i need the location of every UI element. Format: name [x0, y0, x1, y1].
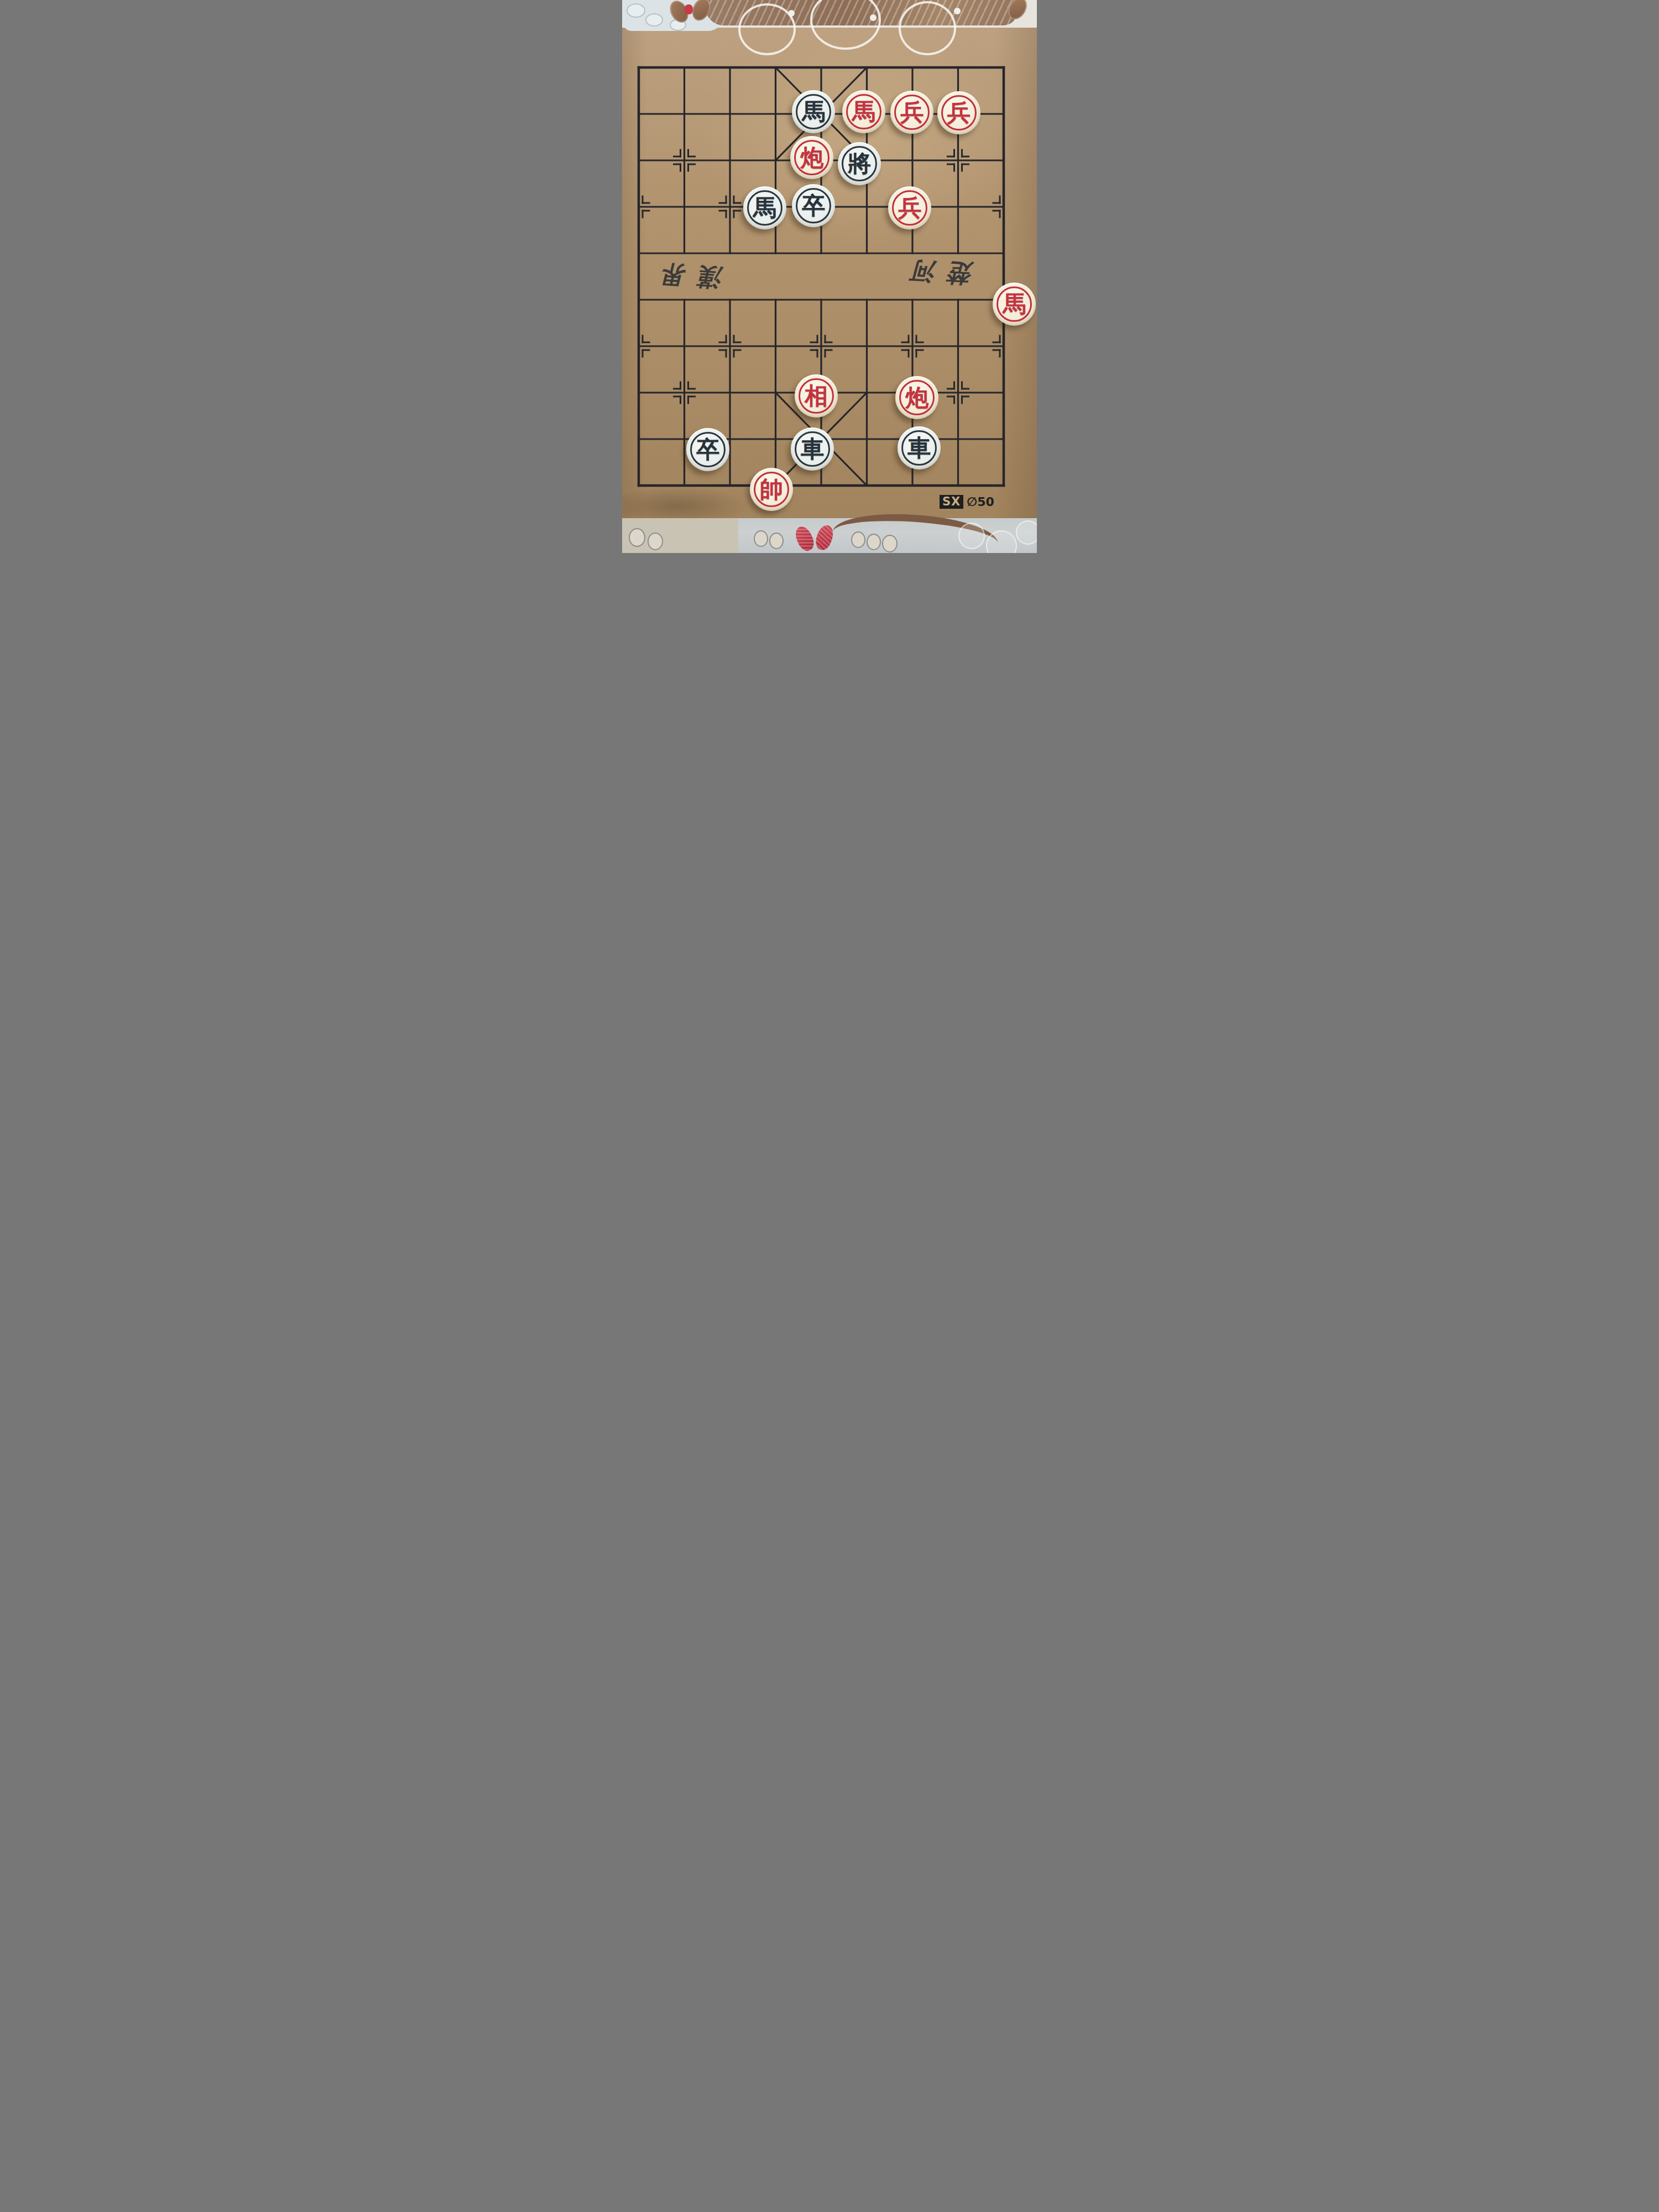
piece-red-cannon[interactable]: 炮: [895, 376, 938, 419]
lattice-dot: [870, 14, 877, 21]
piece-black-soldier[interactable]: 卒: [792, 184, 835, 227]
piece-character: 卒: [686, 428, 729, 471]
piece-red-minister[interactable]: 相: [795, 374, 838, 418]
piece-character: 將: [838, 142, 881, 185]
piece-character: 卒: [792, 184, 835, 227]
piece-character: 兵: [890, 91, 933, 134]
red-bow-petal: [792, 524, 817, 553]
lattice-dot: [954, 8, 961, 14]
lace-ring: [882, 535, 898, 552]
piece-character: 相: [795, 374, 838, 418]
piece-red-soldier[interactable]: 兵: [888, 186, 931, 229]
lattice-dot: [788, 10, 795, 17]
lace-ring: [648, 533, 663, 550]
piece-black-horse[interactable]: 馬: [743, 186, 786, 229]
piece-red-cannon[interactable]: 炮: [790, 136, 833, 179]
red-bow-petal: [813, 523, 836, 552]
lace-oval: [627, 3, 645, 18]
lace-ring: [754, 530, 768, 547]
lace-ring: [851, 531, 865, 548]
piece-black-chariot[interactable]: 車: [898, 426, 941, 469]
piece-character: 兵: [937, 91, 980, 134]
pieces-layer: 馬馬兵兵炮將馬卒兵馬相炮卒車車帥相: [622, 44, 1026, 509]
piece-character: 馬: [842, 90, 885, 133]
tablecloth-top: [622, 0, 1037, 28]
piece-character: 炮: [895, 376, 938, 419]
piece-red-horse[interactable]: 馬: [842, 90, 885, 133]
piece-character: 兵: [888, 186, 931, 229]
ribbon-bow-red-knot: [685, 4, 693, 14]
lace-ring: [867, 534, 881, 550]
lace-ring: [629, 528, 645, 547]
embossed-circle: [958, 523, 985, 549]
lace-ring: [769, 533, 784, 549]
piece-black-general[interactable]: 將: [838, 142, 881, 185]
piece-character: 車: [898, 426, 941, 469]
piece-character: 馬: [993, 283, 1036, 326]
lace-oval: [645, 13, 663, 27]
piece-red-general[interactable]: 帥: [750, 468, 793, 511]
piece-black-chariot[interactable]: 車: [791, 427, 834, 471]
piece-character: 馬: [792, 90, 835, 133]
piece-black-horse[interactable]: 馬: [792, 90, 835, 133]
embossed-circle: [986, 530, 1017, 553]
piece-black-soldier[interactable]: 卒: [686, 428, 729, 471]
piece-red-horse[interactable]: 馬: [993, 283, 1036, 326]
piece-red-soldier[interactable]: 兵: [890, 91, 933, 134]
embossed-circle: [1016, 520, 1037, 545]
lattice-arc: [738, 3, 796, 55]
piece-character: 炮: [790, 136, 833, 179]
piece-character: 帥: [750, 468, 793, 511]
piece-red-soldier[interactable]: 兵: [937, 91, 980, 134]
piece-character: 馬: [743, 186, 786, 229]
tablecloth-bottom: [622, 518, 1037, 553]
lattice-arc: [899, 1, 956, 55]
xiangqi-photo-scene: 漢界 楚河 SX ∅50 馬馬兵兵炮將馬卒兵馬相炮卒車車帥相: [622, 0, 1037, 553]
piece-character: 車: [791, 427, 834, 471]
